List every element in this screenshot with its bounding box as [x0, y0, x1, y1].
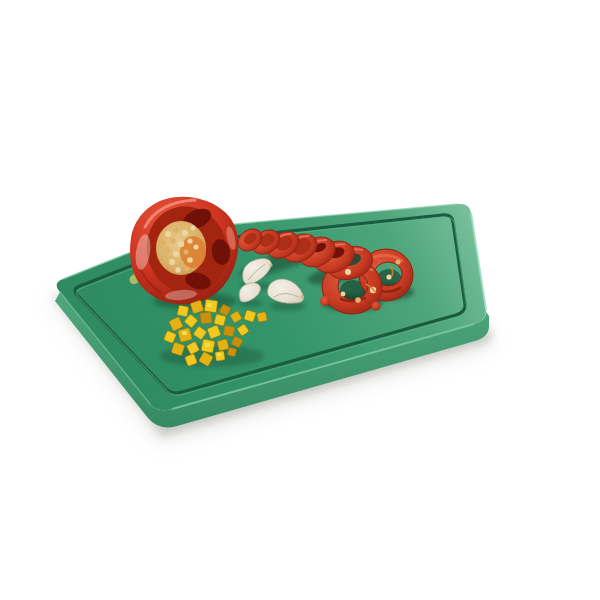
garlic-tip [269, 263, 272, 266]
scene-canvas [0, 0, 600, 600]
garlic-tip [300, 295, 304, 299]
product-photo [0, 0, 600, 600]
pepper-seed-core [156, 221, 206, 275]
